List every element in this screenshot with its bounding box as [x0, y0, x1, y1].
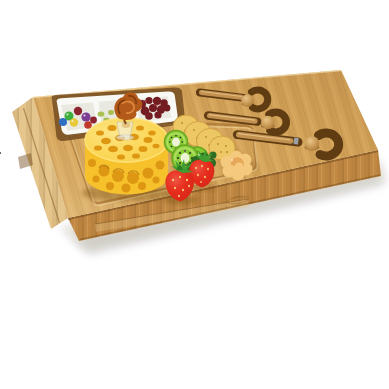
scene-photo — [0, 0, 389, 389]
cheese-knife-3-ferrule — [294, 138, 299, 145]
cheese-knife-1-knob — [241, 94, 254, 107]
garnish-stand-base — [116, 135, 134, 140]
product-photo-stage — [0, 0, 389, 389]
cheese-knife-3-knob — [305, 136, 320, 151]
cheese-knife-2-knob — [261, 116, 275, 130]
